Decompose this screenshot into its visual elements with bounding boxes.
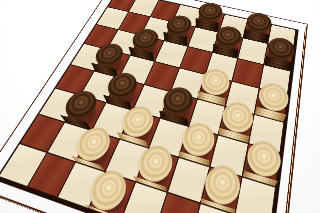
photo-scene [0, 0, 320, 213]
board-square[interactable] [160, 92, 197, 127]
checkers-board [0, 0, 308, 213]
board-grid [0, 0, 299, 213]
